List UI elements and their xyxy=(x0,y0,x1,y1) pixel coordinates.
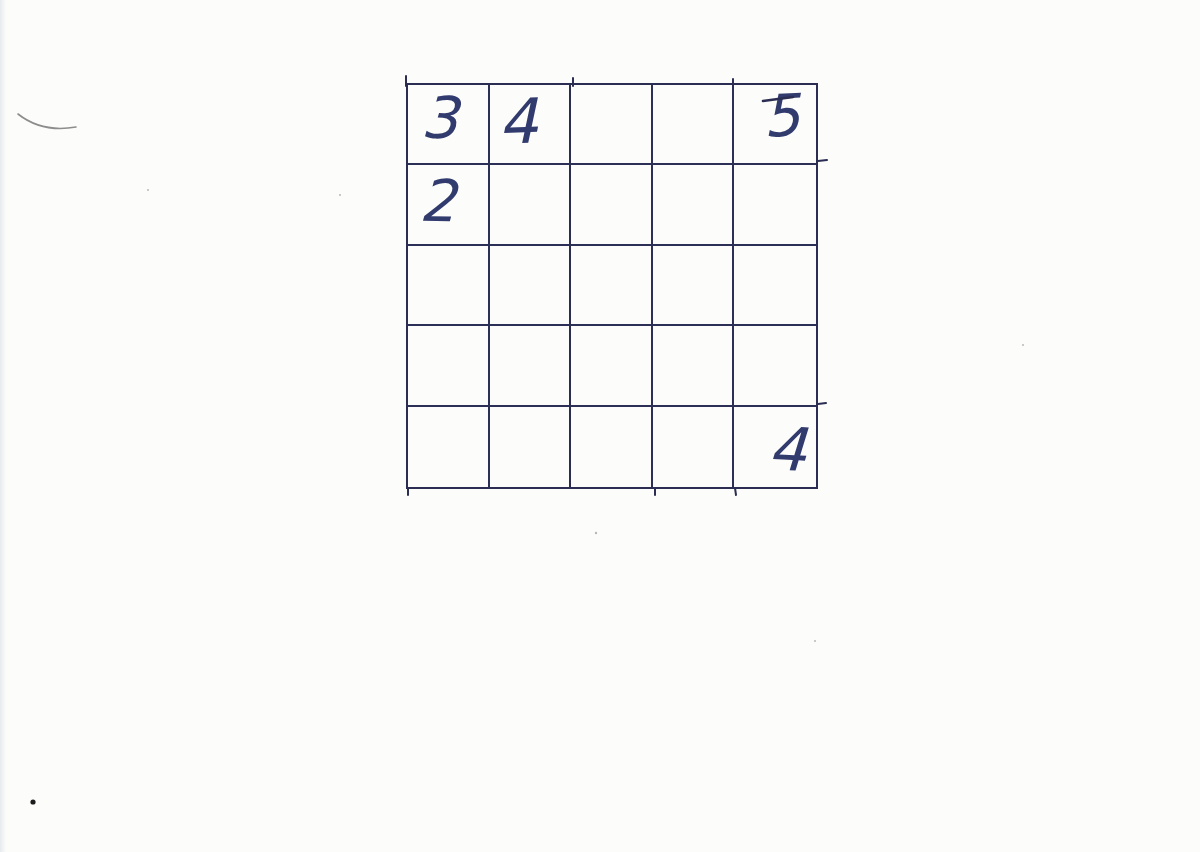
cell-r1c2[interactable]: 4 xyxy=(490,85,572,165)
cell-r4c1[interactable] xyxy=(408,326,490,406)
cell-r5c3[interactable] xyxy=(571,407,653,487)
cell-r4c2[interactable] xyxy=(490,326,572,406)
cell-r5c1[interactable] xyxy=(408,407,490,487)
puzzle-board: 3 4 5 2 4 xyxy=(406,83,818,489)
cell-r2c4[interactable] xyxy=(653,165,735,245)
given-digit: 5 xyxy=(761,86,801,146)
cell-r4c4[interactable] xyxy=(653,326,735,406)
cell-r2c1[interactable]: 2 xyxy=(408,165,490,245)
cell-r3c2[interactable] xyxy=(490,246,572,326)
cell-r5c5[interactable]: 4 xyxy=(734,407,816,487)
scanned-paper-page: 3 4 5 2 4 xyxy=(0,0,1200,852)
cell-r3c4[interactable] xyxy=(653,246,735,326)
given-digit: 3 xyxy=(420,89,459,148)
given-digit: 4 xyxy=(767,418,808,480)
given-digit: 4 xyxy=(497,91,539,154)
cell-r5c2[interactable] xyxy=(490,407,572,487)
ink-dot xyxy=(30,799,35,804)
cell-r4c5[interactable] xyxy=(734,326,816,406)
cell-r3c3[interactable] xyxy=(571,246,653,326)
cell-r2c3[interactable] xyxy=(571,165,653,245)
cell-r2c2[interactable] xyxy=(490,165,572,245)
cell-r2c5[interactable] xyxy=(734,165,816,245)
cell-r1c1[interactable]: 3 xyxy=(408,85,490,165)
cell-r4c3[interactable] xyxy=(571,326,653,406)
pencil-stroke xyxy=(18,114,76,128)
given-digit: 2 xyxy=(419,171,457,230)
cell-r3c5[interactable] xyxy=(734,246,816,326)
cell-r5c4[interactable] xyxy=(653,407,735,487)
cell-r1c5[interactable]: 5 xyxy=(734,85,816,165)
cell-r3c1[interactable] xyxy=(408,246,490,326)
cell-r1c4[interactable] xyxy=(653,85,735,165)
scan-edge-shadow xyxy=(0,0,6,852)
cell-r1c3[interactable] xyxy=(571,85,653,165)
